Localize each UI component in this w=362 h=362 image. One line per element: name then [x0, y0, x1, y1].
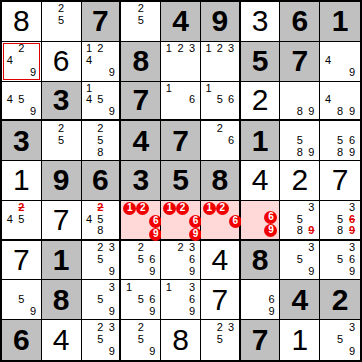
- candidate-3: 3: [186, 242, 198, 254]
- cell-r5c6[interactable]: 8: [201, 161, 241, 201]
- given-value: 9: [42, 161, 81, 200]
- candidate-2: 2: [214, 122, 225, 134]
- cell-r3c1[interactable]: 459: [2, 82, 42, 122]
- candidate-6: 6: [147, 293, 159, 305]
- cell-r1c7[interactable]: 3: [241, 2, 281, 42]
- candidate-2: 2: [175, 43, 187, 55]
- candidate-8: 8: [95, 146, 106, 158]
- candidate-9: 9: [147, 346, 159, 358]
- cell-r7c6[interactable]: 4: [201, 241, 241, 281]
- cell-r3c5[interactable]: 16: [161, 82, 201, 122]
- cell-r7c8[interactable]: 359: [280, 241, 320, 281]
- candidate-5: 5: [55, 15, 67, 27]
- cell-r1c9[interactable]: 1: [320, 2, 360, 42]
- circled-candidate-1: 1: [123, 202, 136, 215]
- candidate-grid: 3589: [280, 201, 319, 239]
- candidate-grid: 59: [2, 280, 41, 319]
- candidate-3: 3: [346, 202, 358, 214]
- candidate-2: 2: [175, 242, 187, 254]
- cell-r6c1[interactable]: 245: [2, 201, 42, 241]
- candidate-5: 5: [214, 333, 225, 345]
- eliminated-candidate-9: 9: [346, 225, 358, 237]
- solved-value: 7: [320, 161, 360, 200]
- candidate-3: 3: [186, 281, 198, 293]
- candidate-5: 5: [135, 333, 147, 345]
- candidate-grid: 359: [320, 320, 360, 360]
- cell-r8c3[interactable]: 359: [82, 280, 122, 320]
- cell-r6c6[interactable]: 126: [201, 201, 241, 241]
- candidate-1: 1: [123, 281, 135, 293]
- candidate-1: 1: [84, 43, 95, 55]
- candidate-grid: 459: [2, 82, 41, 120]
- cell-r1c8[interactable]: 6: [280, 2, 320, 42]
- cell-r4c5[interactable]: 7: [161, 121, 201, 161]
- candidate-5: 5: [135, 15, 147, 27]
- cell-r8c2[interactable]: 8: [42, 280, 82, 320]
- given-value: 1: [241, 121, 280, 160]
- candidate-4: 4: [4, 213, 16, 225]
- solved-value: 7: [201, 280, 239, 319]
- cell-r6c4[interactable]: 1269: [121, 201, 161, 241]
- cell-r5c3[interactable]: 6: [82, 161, 122, 201]
- solved-value: 1: [2, 161, 41, 200]
- given-value: 7: [82, 2, 120, 41]
- candidate-grid: 359: [280, 241, 319, 280]
- solved-value: 3: [241, 2, 280, 41]
- candidate-grid: 5689: [320, 121, 360, 160]
- eliminated-candidate-2: 2: [95, 202, 106, 214]
- cell-r4c6[interactable]: 26: [201, 121, 241, 161]
- cell-r9c4[interactable]: 259: [121, 320, 161, 360]
- candidate-grid: 2458: [82, 201, 120, 239]
- given-value: 5: [241, 42, 280, 81]
- given-value: 2: [320, 280, 360, 319]
- cell-r4c7[interactable]: 1: [241, 121, 281, 161]
- candidate-8: 8: [334, 225, 346, 237]
- candidate-grid: 16: [161, 82, 200, 120]
- candidate-9: 9: [147, 266, 159, 278]
- cell-r3c6[interactable]: 156: [201, 82, 241, 122]
- cell-r7c3[interactable]: 2359: [82, 241, 122, 281]
- cell-r1c1[interactable]: 8: [2, 2, 42, 42]
- cell-r2c4[interactable]: 8: [121, 42, 161, 82]
- candidate-9: 9: [27, 305, 39, 317]
- cell-r5c7[interactable]: 4: [241, 161, 281, 201]
- candidate-3: 3: [346, 321, 358, 333]
- candidate-5: 5: [55, 134, 67, 146]
- given-value: 4: [121, 121, 160, 160]
- eliminated-candidate-6: 6: [346, 213, 358, 225]
- cell-r6c8[interactable]: 3589: [280, 201, 320, 241]
- candidate-9: 9: [306, 146, 318, 158]
- cell-r7c1[interactable]: 7: [2, 241, 42, 281]
- cell-r8c4[interactable]: 1569: [121, 280, 161, 320]
- candidate-grid: 89: [280, 82, 319, 120]
- candidate-5: 5: [334, 213, 346, 225]
- candidate-9: 9: [186, 266, 198, 278]
- candidate-1: 1: [203, 83, 214, 95]
- candidate-grid: 25: [42, 121, 81, 160]
- candidate-grid: 259: [121, 320, 160, 360]
- given-value: 4: [161, 2, 200, 41]
- candidate-grid: 2569: [121, 241, 160, 280]
- cell-r5c5[interactable]: 5: [161, 161, 201, 201]
- eliminated-candidate-2: 2: [16, 202, 28, 214]
- candidate-2: 2: [95, 242, 106, 254]
- candidate-8: 8: [95, 225, 106, 237]
- cell-r8c8[interactable]: 4: [280, 280, 320, 320]
- given-value: 8: [42, 280, 81, 319]
- candidate-1: 1: [84, 83, 95, 95]
- cell-r4c9[interactable]: 5689: [320, 121, 360, 161]
- candidate-grid: 1269: [121, 201, 160, 239]
- candidate-5: 5: [16, 293, 28, 305]
- candidate-grid: 35689: [320, 201, 360, 239]
- candidate-9: 9: [346, 146, 358, 158]
- candidate-grid: 249: [2, 42, 41, 81]
- cell-r2c6[interactable]: 123: [201, 42, 241, 82]
- candidate-grid: 156: [201, 82, 239, 120]
- circled-candidate-2: 2: [176, 202, 189, 215]
- candidate-8: 8: [334, 106, 346, 118]
- candidate-5: 5: [294, 254, 306, 266]
- cell-r2c5[interactable]: 123: [161, 42, 201, 82]
- candidate-5: 5: [294, 213, 306, 225]
- candidate-grid: 1369: [161, 280, 200, 319]
- cell-r9c5[interactable]: 8: [161, 320, 201, 360]
- given-value: 3: [42, 82, 81, 120]
- cell-r3c2[interactable]: 3: [42, 82, 82, 122]
- given-value: 3: [2, 121, 41, 160]
- candidate-grid: 2369: [161, 241, 200, 280]
- cell-r2c2[interactable]: 6: [42, 42, 82, 82]
- candidate-2: 2: [214, 43, 225, 55]
- eliminated-candidate-9: 9: [306, 225, 318, 237]
- candidate-9: 9: [147, 305, 159, 317]
- cell-r6c3[interactable]: 2458: [82, 201, 122, 241]
- candidate-1: 1: [203, 43, 214, 55]
- candidate-9: 9: [346, 67, 358, 79]
- cell-r5c1[interactable]: 1: [2, 161, 42, 201]
- cell-r6c2[interactable]: 7: [42, 201, 82, 241]
- cell-r9c2[interactable]: 4: [42, 320, 82, 360]
- cell-r7c4[interactable]: 2569: [121, 241, 161, 281]
- candidate-9: 9: [346, 266, 358, 278]
- candidate-5: 5: [334, 333, 346, 345]
- candidate-9: 9: [346, 346, 358, 358]
- candidate-3: 3: [346, 242, 358, 254]
- candidate-8: 8: [334, 146, 346, 158]
- candidate-4: 4: [84, 94, 95, 106]
- solved-value: 2: [241, 82, 280, 120]
- candidate-9: 9: [306, 266, 318, 278]
- cell-r8c7[interactable]: 69: [241, 280, 281, 320]
- cell-r1c6[interactable]: 9: [201, 2, 241, 42]
- cell-r5c9[interactable]: 7: [320, 161, 360, 201]
- candidate-5: 5: [95, 254, 106, 266]
- candidate-grid: 69: [241, 201, 280, 239]
- solved-value: 7: [2, 241, 41, 280]
- candidate-9: 9: [106, 106, 117, 118]
- given-value: 8: [241, 241, 280, 280]
- cell-r9c8[interactable]: 1: [280, 320, 320, 360]
- circled-candidate-2: 2: [216, 202, 229, 215]
- candidate-2: 2: [135, 242, 147, 254]
- candidate-9: 9: [186, 305, 198, 317]
- candidate-6: 6: [186, 293, 198, 305]
- candidate-grid: 123: [201, 42, 239, 81]
- candidate-4: 4: [322, 55, 334, 67]
- candidate-5: 5: [95, 213, 106, 225]
- candidate-8: 8: [294, 146, 306, 158]
- candidate-5: 5: [334, 134, 346, 146]
- cell-r7c7[interactable]: 8: [241, 241, 281, 281]
- candidate-grid: 1569: [121, 280, 160, 319]
- candidate-9: 9: [106, 305, 117, 317]
- solved-value: 2: [280, 161, 319, 200]
- circled-candidate-6: 6: [264, 211, 277, 224]
- candidate-3: 3: [106, 321, 117, 333]
- candidate-grid: 489: [320, 82, 360, 120]
- candidate-5: 5: [95, 134, 106, 146]
- cell-r7c5[interactable]: 2369: [161, 241, 201, 281]
- candidate-5: 5: [95, 293, 106, 305]
- cell-r7c9[interactable]: 3569: [320, 241, 360, 281]
- cell-r6c7[interactable]: 69: [241, 201, 281, 241]
- cell-r9c9[interactable]: 359: [320, 320, 360, 360]
- candidate-9: 9: [266, 305, 278, 317]
- solved-value: 8: [161, 320, 200, 360]
- candidate-5: 5: [95, 333, 106, 345]
- given-value: 9: [201, 2, 239, 41]
- circled-candidate-1: 1: [163, 202, 176, 215]
- solved-value: 4: [241, 161, 280, 200]
- cell-r8c1[interactable]: 59: [2, 280, 42, 320]
- candidate-grid: 245: [2, 201, 41, 239]
- candidate-3: 3: [186, 43, 198, 55]
- candidate-2: 2: [95, 43, 106, 55]
- cell-r1c4[interactable]: 25: [121, 2, 161, 42]
- cell-r4c2[interactable]: 25: [42, 121, 82, 161]
- candidate-2: 2: [214, 321, 225, 333]
- candidate-5: 5: [16, 213, 28, 225]
- candidate-grid: 1459: [82, 82, 120, 120]
- cell-r8c6[interactable]: 7: [201, 280, 241, 320]
- cell-r9c1[interactable]: 6: [2, 320, 42, 360]
- solved-value: 8: [2, 2, 41, 41]
- candidate-6: 6: [266, 293, 278, 305]
- cell-r7c2[interactable]: 1: [42, 241, 82, 281]
- candidate-grid: 26: [201, 121, 239, 160]
- cell-r4c3[interactable]: 258: [82, 121, 122, 161]
- candidate-2: 2: [95, 321, 106, 333]
- given-value: 7: [161, 121, 200, 160]
- candidate-6: 6: [225, 134, 236, 146]
- candidate-4: 4: [4, 55, 16, 67]
- circled-candidate-1: 1: [203, 202, 216, 215]
- cell-r3c9[interactable]: 489: [320, 82, 360, 122]
- cell-r2c9[interactable]: 49: [320, 42, 360, 82]
- cell-r1c2[interactable]: 25: [42, 2, 82, 42]
- candidate-2: 2: [55, 3, 67, 15]
- given-value: 1: [42, 241, 81, 280]
- cell-r1c5[interactable]: 4: [161, 2, 201, 42]
- solved-value: 4: [201, 241, 239, 280]
- candidate-1: 1: [163, 43, 175, 55]
- cell-r8c9[interactable]: 2: [320, 280, 360, 320]
- candidate-5: 5: [294, 134, 306, 146]
- candidate-9: 9: [306, 106, 318, 118]
- cell-r2c1[interactable]: 249: [2, 42, 42, 82]
- candidate-8: 8: [294, 225, 306, 237]
- candidate-grid: 1269: [161, 201, 200, 239]
- candidate-9: 9: [27, 67, 39, 79]
- cell-r8c5[interactable]: 1369: [161, 280, 201, 320]
- candidate-grid: 2359: [82, 320, 120, 360]
- candidate-grid: 235: [201, 320, 239, 360]
- circled-candidate-9: 9: [264, 224, 277, 237]
- given-value: 4: [280, 280, 319, 319]
- candidate-5: 5: [135, 254, 147, 266]
- candidate-3: 3: [106, 281, 117, 293]
- given-value: 7: [280, 42, 319, 81]
- given-value: 8: [121, 42, 160, 81]
- candidate-3: 3: [306, 202, 318, 214]
- cell-r9c6[interactable]: 235: [201, 320, 241, 360]
- cell-r3c8[interactable]: 89: [280, 82, 320, 122]
- candidate-4: 4: [4, 94, 16, 106]
- cell-r4c4[interactable]: 4: [121, 121, 161, 161]
- candidate-2: 2: [135, 321, 147, 333]
- cell-r5c4[interactable]: 3: [121, 161, 161, 201]
- candidate-grid: 1249: [82, 42, 120, 81]
- candidate-5: 5: [214, 94, 225, 106]
- candidate-3: 3: [106, 242, 117, 254]
- cell-r4c1[interactable]: 3: [2, 121, 42, 161]
- solved-value: 1: [280, 320, 319, 360]
- candidate-2: 2: [55, 122, 67, 134]
- candidate-6: 6: [147, 254, 159, 266]
- cell-r3c3[interactable]: 1459: [82, 82, 122, 122]
- solved-value: 7: [42, 201, 81, 239]
- candidate-grid: 2359: [82, 241, 120, 280]
- given-value: 5: [161, 161, 200, 200]
- candidate-8: 8: [294, 106, 306, 118]
- candidate-grid: 25: [42, 2, 81, 41]
- circled-candidate-2: 2: [136, 202, 149, 215]
- cell-r3c7[interactable]: 2: [241, 82, 281, 122]
- cell-r6c5[interactable]: 1269: [161, 201, 201, 241]
- candidate-3: 3: [225, 43, 236, 55]
- candidate-2: 2: [135, 3, 147, 15]
- candidate-9: 9: [346, 106, 358, 118]
- candidate-9: 9: [106, 346, 117, 358]
- candidate-4: 4: [84, 55, 95, 67]
- given-value: 7: [241, 320, 280, 360]
- candidate-grid: 69: [241, 280, 280, 319]
- candidate-grid: 25: [121, 2, 160, 41]
- candidate-1: 1: [163, 281, 175, 293]
- candidate-4: 4: [84, 213, 95, 225]
- candidate-3: 3: [225, 321, 236, 333]
- candidate-grid: 123: [161, 42, 200, 81]
- candidate-9: 9: [27, 106, 39, 118]
- candidate-5: 5: [135, 293, 147, 305]
- given-value: 6: [2, 320, 41, 360]
- cell-r3c4[interactable]: 7: [121, 82, 161, 122]
- solved-value: 4: [42, 320, 81, 360]
- candidate-2: 2: [95, 122, 106, 134]
- given-value: 6: [280, 2, 319, 41]
- candidate-5: 5: [95, 94, 106, 106]
- candidate-grid: 126: [201, 201, 239, 239]
- cell-r5c8[interactable]: 2: [280, 161, 320, 201]
- solved-value: 6: [42, 42, 81, 81]
- candidate-4: 4: [322, 94, 334, 106]
- candidate-grid: 359: [82, 280, 120, 319]
- candidate-grid: 49: [320, 42, 360, 81]
- cell-r2c7[interactable]: 5: [241, 42, 281, 82]
- candidate-9: 9: [106, 67, 117, 79]
- cell-r9c3[interactable]: 2359: [82, 320, 122, 360]
- candidate-5: 5: [334, 254, 346, 266]
- candidate-6: 6: [346, 134, 358, 146]
- cell-r2c3[interactable]: 1249: [82, 42, 122, 82]
- candidate-3: 3: [306, 242, 318, 254]
- given-value: 6: [82, 161, 120, 200]
- cell-r1c3[interactable]: 7: [82, 2, 122, 42]
- cell-r6c9[interactable]: 35689: [320, 201, 360, 241]
- cell-r9c7[interactable]: 7: [241, 320, 281, 360]
- candidate-grid: 3569: [320, 241, 360, 280]
- given-value: 1: [320, 2, 360, 41]
- candidate-1: 1: [163, 83, 175, 95]
- candidate-5: 5: [16, 94, 28, 106]
- candidate-grid: 589: [280, 121, 319, 160]
- candidate-2: 2: [16, 43, 28, 55]
- sudoku-board: 8257254936124961249812312357494593145971…: [0, 0, 362, 362]
- candidate-9: 9: [106, 266, 117, 278]
- given-value: 3: [121, 161, 160, 200]
- given-value: 7: [121, 82, 160, 120]
- cell-r2c8[interactable]: 7: [280, 42, 320, 82]
- cell-r4c8[interactable]: 589: [280, 121, 320, 161]
- candidate-6: 6: [186, 94, 198, 106]
- candidate-6: 6: [346, 254, 358, 266]
- given-value: 8: [201, 161, 239, 200]
- candidate-6: 6: [186, 254, 198, 266]
- candidate-grid: 258: [82, 121, 120, 160]
- cell-r5c2[interactable]: 9: [42, 161, 82, 201]
- candidate-6: 6: [225, 94, 236, 106]
